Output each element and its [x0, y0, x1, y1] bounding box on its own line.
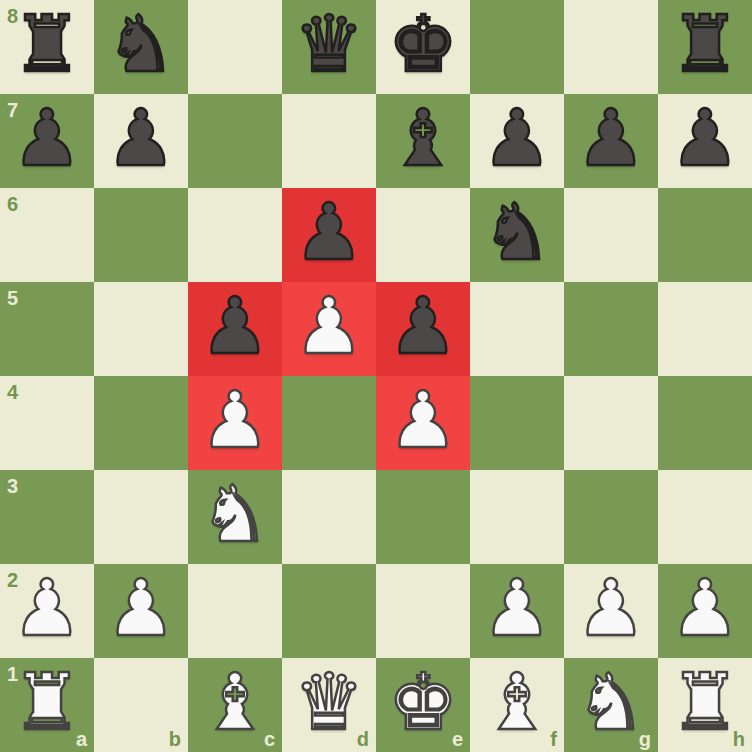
piece-white-pawn[interactable]: ♟: [482, 569, 552, 647]
square-f4[interactable]: [470, 376, 564, 470]
square-a3[interactable]: 3: [0, 470, 94, 564]
rank-label-8: 8: [7, 6, 18, 26]
square-b2[interactable]: ♟: [94, 564, 188, 658]
square-g6[interactable]: [564, 188, 658, 282]
square-h3[interactable]: [658, 470, 752, 564]
square-d2[interactable]: [282, 564, 376, 658]
piece-white-pawn[interactable]: ♟: [106, 569, 176, 647]
square-h1[interactable]: ♜h: [658, 658, 752, 752]
square-f6[interactable]: ♞: [470, 188, 564, 282]
square-h4[interactable]: [658, 376, 752, 470]
file-label-e: e: [452, 729, 463, 749]
square-b5[interactable]: [94, 282, 188, 376]
file-label-a: a: [76, 729, 87, 749]
square-f5[interactable]: [470, 282, 564, 376]
piece-white-king[interactable]: ♚: [388, 663, 458, 741]
square-g1[interactable]: ♞g: [564, 658, 658, 752]
square-g5[interactable]: [564, 282, 658, 376]
square-a1[interactable]: ♜1a: [0, 658, 94, 752]
square-a8[interactable]: ♜8: [0, 0, 94, 94]
piece-white-pawn[interactable]: ♟: [576, 569, 646, 647]
square-f8[interactable]: [470, 0, 564, 94]
piece-white-rook[interactable]: ♜: [670, 663, 740, 741]
square-c8[interactable]: [188, 0, 282, 94]
file-label-h: h: [733, 729, 745, 749]
square-h8[interactable]: ♜: [658, 0, 752, 94]
piece-white-pawn[interactable]: ♟: [294, 287, 364, 365]
piece-black-rook[interactable]: ♜: [12, 5, 82, 83]
square-g2[interactable]: ♟: [564, 564, 658, 658]
piece-black-pawn[interactable]: ♟: [388, 287, 458, 365]
square-d1[interactable]: ♛d: [282, 658, 376, 752]
square-g8[interactable]: [564, 0, 658, 94]
square-d8[interactable]: ♛: [282, 0, 376, 94]
piece-white-knight[interactable]: ♞: [576, 663, 646, 741]
piece-white-queen[interactable]: ♛: [294, 663, 364, 741]
square-c3[interactable]: ♞: [188, 470, 282, 564]
square-f1[interactable]: ♝f: [470, 658, 564, 752]
square-c7[interactable]: [188, 94, 282, 188]
square-b4[interactable]: [94, 376, 188, 470]
file-label-f: f: [550, 729, 557, 749]
square-b3[interactable]: [94, 470, 188, 564]
square-e8[interactable]: ♚: [376, 0, 470, 94]
file-label-g: g: [639, 729, 651, 749]
piece-black-bishop[interactable]: ♝: [388, 99, 458, 177]
square-e6[interactable]: [376, 188, 470, 282]
chess-board: ♜8♞♛♚♜♟7♟♝♟♟♟6♟♞5♟♟♟4♟♟3♞♟2♟♟♟♟♜1ab♝c♛d♚…: [0, 0, 752, 752]
rank-label-7: 7: [7, 100, 18, 120]
file-label-b: b: [169, 729, 181, 749]
square-b8[interactable]: ♞: [94, 0, 188, 94]
square-f3[interactable]: [470, 470, 564, 564]
square-h2[interactable]: ♟: [658, 564, 752, 658]
piece-black-pawn[interactable]: ♟: [12, 99, 82, 177]
square-h5[interactable]: [658, 282, 752, 376]
square-c4[interactable]: ♟: [188, 376, 282, 470]
square-c1[interactable]: ♝c: [188, 658, 282, 752]
piece-white-pawn[interactable]: ♟: [200, 381, 270, 459]
square-d3[interactable]: [282, 470, 376, 564]
piece-white-pawn[interactable]: ♟: [388, 381, 458, 459]
piece-white-bishop[interactable]: ♝: [482, 663, 552, 741]
square-c5[interactable]: ♟: [188, 282, 282, 376]
square-f7[interactable]: ♟: [470, 94, 564, 188]
square-e3[interactable]: [376, 470, 470, 564]
square-d5[interactable]: ♟: [282, 282, 376, 376]
square-h6[interactable]: [658, 188, 752, 282]
piece-black-pawn[interactable]: ♟: [294, 193, 364, 271]
square-g7[interactable]: ♟: [564, 94, 658, 188]
file-label-d: d: [357, 729, 369, 749]
piece-black-king[interactable]: ♚: [388, 5, 458, 83]
square-e1[interactable]: ♚e: [376, 658, 470, 752]
square-f2[interactable]: ♟: [470, 564, 564, 658]
piece-white-pawn[interactable]: ♟: [12, 569, 82, 647]
piece-black-pawn[interactable]: ♟: [106, 99, 176, 177]
square-a6[interactable]: 6: [0, 188, 94, 282]
square-e7[interactable]: ♝: [376, 94, 470, 188]
square-d6[interactable]: ♟: [282, 188, 376, 282]
piece-black-pawn[interactable]: ♟: [482, 99, 552, 177]
square-a2[interactable]: ♟2: [0, 564, 94, 658]
square-g4[interactable]: [564, 376, 658, 470]
piece-black-knight[interactable]: ♞: [482, 193, 552, 271]
piece-white-rook[interactable]: ♜: [12, 663, 82, 741]
square-c2[interactable]: [188, 564, 282, 658]
piece-black-knight[interactable]: ♞: [106, 5, 176, 83]
rank-label-6: 6: [7, 194, 18, 214]
piece-black-rook[interactable]: ♜: [670, 5, 740, 83]
square-h7[interactable]: ♟: [658, 94, 752, 188]
piece-black-pawn[interactable]: ♟: [576, 99, 646, 177]
piece-white-pawn[interactable]: ♟: [670, 569, 740, 647]
square-b1[interactable]: b: [94, 658, 188, 752]
square-e5[interactable]: ♟: [376, 282, 470, 376]
rank-label-1: 1: [7, 664, 18, 684]
square-b6[interactable]: [94, 188, 188, 282]
square-a4[interactable]: 4: [0, 376, 94, 470]
square-e2[interactable]: [376, 564, 470, 658]
square-a7[interactable]: ♟7: [0, 94, 94, 188]
file-label-c: c: [264, 729, 275, 749]
square-a5[interactable]: 5: [0, 282, 94, 376]
rank-label-5: 5: [7, 288, 18, 308]
square-d7[interactable]: [282, 94, 376, 188]
square-g3[interactable]: [564, 470, 658, 564]
square-b7[interactable]: ♟: [94, 94, 188, 188]
rank-label-2: 2: [7, 570, 18, 590]
piece-black-pawn[interactable]: ♟: [200, 287, 270, 365]
rank-label-4: 4: [7, 382, 18, 402]
rank-label-3: 3: [7, 476, 18, 496]
square-e4[interactable]: ♟: [376, 376, 470, 470]
piece-white-bishop[interactable]: ♝: [200, 663, 270, 741]
piece-white-knight[interactable]: ♞: [200, 475, 270, 553]
piece-black-pawn[interactable]: ♟: [670, 99, 740, 177]
piece-black-queen[interactable]: ♛: [294, 5, 364, 83]
square-c6[interactable]: [188, 188, 282, 282]
square-d4[interactable]: [282, 376, 376, 470]
